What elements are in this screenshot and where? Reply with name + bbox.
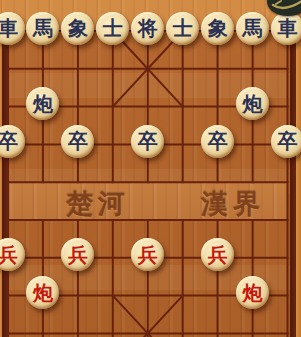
piece-black-horse[interactable]: 馬 bbox=[26, 12, 59, 45]
right-outer-edge bbox=[296, 0, 301, 337]
river-text-han-jie: 漢界 bbox=[201, 186, 265, 222]
left-frame-groove bbox=[2, 18, 8, 337]
piece-black-elephant[interactable]: 象 bbox=[61, 12, 94, 45]
piece-black-soldier[interactable]: 卒 bbox=[131, 125, 164, 158]
river-text-chu-he: 楚河 bbox=[66, 186, 130, 222]
piece-black-soldier[interactable]: 卒 bbox=[271, 125, 301, 158]
piece-black-cannon[interactable]: 炮 bbox=[236, 87, 269, 120]
piece-black-general[interactable]: 将 bbox=[131, 12, 164, 45]
piece-red-cannon[interactable]: 炮 bbox=[236, 276, 269, 309]
piece-black-soldier[interactable]: 卒 bbox=[201, 125, 234, 158]
piece-black-advisor[interactable]: 士 bbox=[96, 12, 129, 45]
xiangqi-board: 楚河 漢界 車馬象士将士象馬車炮炮卒卒卒卒卒兵兵兵兵炮炮 bbox=[0, 0, 301, 337]
piece-black-horse[interactable]: 馬 bbox=[236, 12, 269, 45]
piece-black-advisor[interactable]: 士 bbox=[166, 12, 199, 45]
left-outer-edge bbox=[0, 0, 2, 337]
piece-black-elephant[interactable]: 象 bbox=[201, 12, 234, 45]
corner-ornament-button[interactable] bbox=[267, 0, 301, 16]
piece-black-chariot[interactable]: 車 bbox=[271, 12, 301, 45]
golden-swoosh-icon bbox=[267, 0, 301, 16]
